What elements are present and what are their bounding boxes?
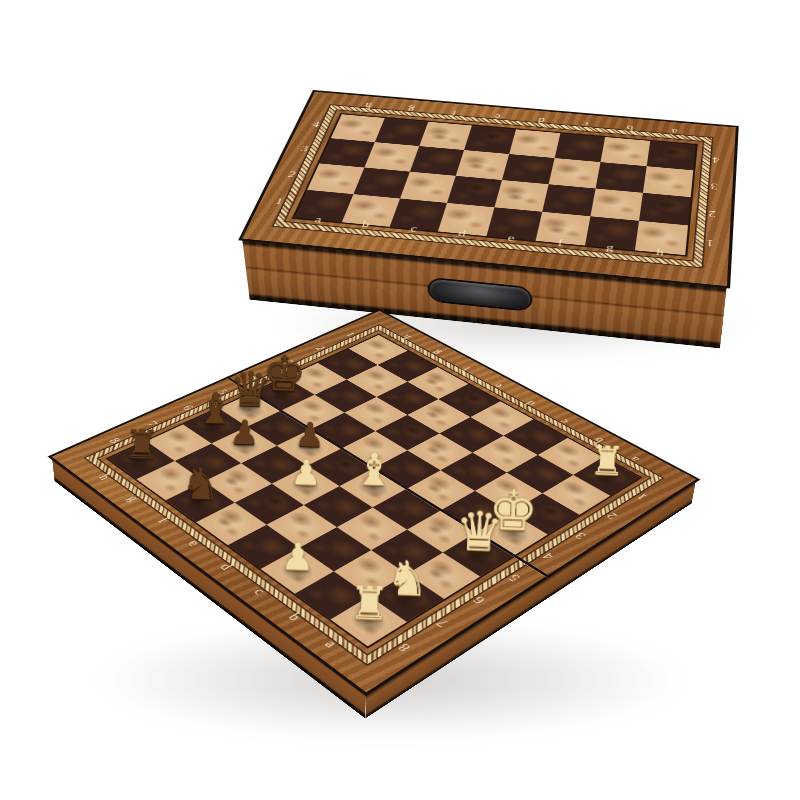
white-pawn-c8: ♟ [262, 536, 334, 576]
lid-square-d4 [464, 126, 516, 155]
lid-square-b2 [353, 167, 409, 198]
black-pawn-f5: ♟ [278, 416, 342, 452]
lid-file-label-back-f: f [443, 107, 465, 118]
open-chess-board: ♜♚♚♛♟♝♛♝♟♟♞♜♞♟♜ 11hh22gg33ff44ee55dd66cc… [52, 311, 696, 692]
product-photo-scene: 44332211ahbgcfdeedfcgbha ♜♚♚♛♟♝♛♝♟♟♞♜♞♟♜… [0, 0, 800, 800]
board-face: ♜♚♚♛♟♝♛♝♟♟♞♜♞♟♜ 11hh22gg33ff44ee55dd66cc… [52, 311, 696, 692]
black-pawn-g6: ♟ [213, 414, 277, 450]
square-g6: ♟ [212, 427, 277, 464]
white-rook-a1: ♜ [574, 439, 639, 481]
white-rook-a8: ♜ [332, 578, 407, 626]
lid-square-d2 [447, 176, 502, 208]
lid-square-f1 [536, 212, 591, 246]
lid-file-label-back-b: b [619, 122, 640, 134]
white-bishop-d5: ♝ [341, 446, 408, 493]
lid-file-label-back-c: c [575, 118, 596, 130]
box-clasp-handle [429, 279, 530, 311]
lid-square-h2 [639, 193, 691, 226]
lid-square-e1 [487, 207, 543, 240]
white-pawn-e6: ♟ [273, 453, 339, 490]
lid-rank-label-right-4: 4 [706, 153, 727, 166]
lid-square-h1 [635, 221, 688, 255]
lid-square-e3 [502, 154, 555, 184]
lid-file-label-back-a: a [664, 125, 684, 137]
lid-file-label-back-h: h [357, 100, 379, 111]
lid-square-d1 [438, 203, 495, 236]
lid-file-label-back-e: e [486, 111, 508, 123]
lid-file-label-back-g: g [400, 103, 422, 114]
black-knight-f8: ♞ [167, 461, 235, 507]
black-rook-h8: ♜ [109, 423, 174, 465]
white-queen-a5: ♛ [444, 503, 515, 559]
lid-file-label-back-d: d [530, 114, 551, 126]
closed-chess-box: 44332211ahbgcfdeedfcgbha [242, 92, 736, 286]
board-squares: ♜♚♚♛♟♝♛♝♟♟♞♜♞♟♜ [108, 335, 639, 646]
lid-square-g1 [585, 216, 639, 250]
